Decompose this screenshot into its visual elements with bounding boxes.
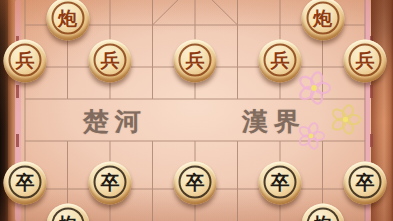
piece-character: 卒 [16,172,35,191]
piece-character: 炮 [58,8,77,27]
piece-character: 卒 [101,172,120,191]
river-label-chu-he: 楚河 [83,107,147,136]
piece-red-soldier-4[interactable]: 兵 [259,40,302,83]
piece-ring: 炮 [306,207,339,221]
piece-red-soldier-3[interactable]: 兵 [174,40,217,83]
piece-ring: 卒 [9,165,42,198]
piece-character: 炮 [58,214,77,221]
piece-character: 兵 [16,50,35,69]
piece-black-soldier-5[interactable]: 卒 [344,162,387,205]
piece-character: 兵 [186,50,205,69]
piece-red-soldier-5[interactable]: 兵 [344,40,387,83]
piece-character: 卒 [356,172,375,191]
piece-character: 卒 [186,172,205,191]
piece-character: 兵 [101,50,120,69]
piece-black-soldier-4[interactable]: 卒 [259,162,302,205]
piece-ring: 卒 [94,165,127,198]
piece-black-soldier-2[interactable]: 卒 [89,162,132,205]
piece-red-soldier-1[interactable]: 兵 [4,40,47,83]
piece-character: 炮 [313,8,332,27]
piece-character: 兵 [356,50,375,69]
piece-ring: 炮 [306,1,339,34]
piece-black-soldier-3[interactable]: 卒 [174,162,217,205]
piece-character: 卒 [271,172,290,191]
piece-ring: 炮 [51,207,84,221]
piece-ring: 兵 [264,43,297,76]
piece-ring: 卒 [349,165,382,198]
piece-character: 炮 [313,214,332,221]
piece-ring: 卒 [179,165,212,198]
xiangqi-board: 楚河 漢界 炮炮兵兵兵兵兵卒卒卒卒卒炮炮 [0,0,393,221]
piece-ring: 卒 [264,165,297,198]
river-label-han-jie: 漢界 [242,107,306,136]
piece-ring: 炮 [51,1,84,34]
piece-ring: 兵 [179,43,212,76]
piece-red-soldier-2[interactable]: 兵 [89,40,132,83]
piece-ring: 兵 [94,43,127,76]
piece-ring: 兵 [9,43,42,76]
piece-black-soldier-1[interactable]: 卒 [4,162,47,205]
piece-ring: 兵 [349,43,382,76]
piece-character: 兵 [271,50,290,69]
